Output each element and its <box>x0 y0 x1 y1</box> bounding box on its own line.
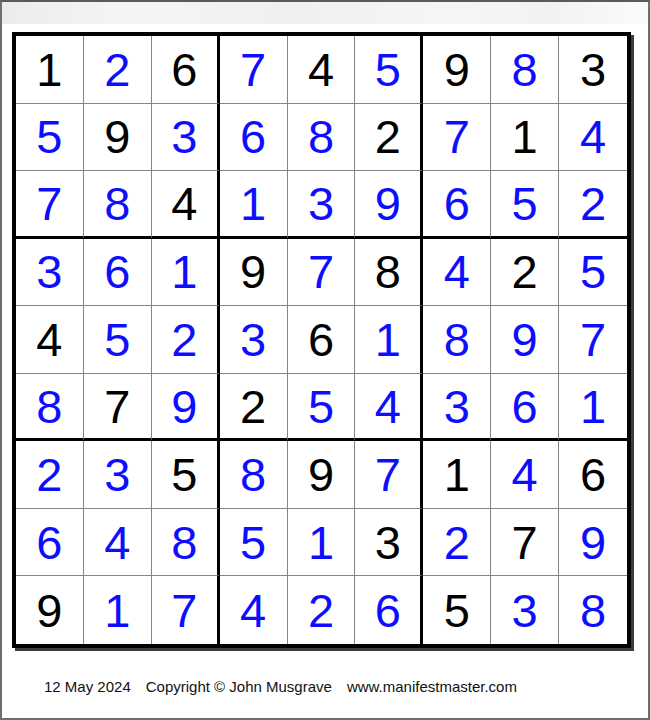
cell-r2c1-solved: 5 <box>16 104 84 172</box>
cell-r2c2-given: 9 <box>84 104 152 172</box>
cell-r1c9-given: 3 <box>559 36 627 104</box>
cell-r2c9-solved: 4 <box>559 104 627 172</box>
cell-r4c6-given: 8 <box>355 239 423 307</box>
puzzle-page: 1267459835936827147841396523619784254523… <box>0 0 650 720</box>
cell-r9c7-given: 5 <box>423 576 491 644</box>
cell-r3c2-solved: 8 <box>84 171 152 239</box>
cell-r4c4-given: 9 <box>220 239 288 307</box>
cell-r5c8-solved: 9 <box>491 306 559 374</box>
cell-r9c9-solved: 8 <box>559 576 627 644</box>
cell-r5c5-given: 6 <box>288 306 356 374</box>
cell-r9c5-solved: 2 <box>288 576 356 644</box>
cell-r4c3-solved: 1 <box>152 239 220 307</box>
cell-r9c2-solved: 1 <box>84 576 152 644</box>
cell-r7c2-solved: 3 <box>84 441 152 509</box>
footer: 12 May 2024 Copyright © John Musgrave ww… <box>44 678 517 695</box>
cell-r4c2-solved: 6 <box>84 239 152 307</box>
cell-r8c5-solved: 1 <box>288 509 356 577</box>
cell-r8c7-solved: 2 <box>423 509 491 577</box>
cell-r3c1-solved: 7 <box>16 171 84 239</box>
cell-r7c3-given: 5 <box>152 441 220 509</box>
cell-r8c1-solved: 6 <box>16 509 84 577</box>
footer-website: www.manifestmaster.com <box>347 678 517 695</box>
cell-r7c1-solved: 2 <box>16 441 84 509</box>
cell-r4c8-given: 2 <box>491 239 559 307</box>
cell-r8c2-solved: 4 <box>84 509 152 577</box>
cell-r1c8-solved: 8 <box>491 36 559 104</box>
cell-r8c4-solved: 5 <box>220 509 288 577</box>
cell-r6c3-solved: 9 <box>152 374 220 442</box>
cell-r3c8-solved: 5 <box>491 171 559 239</box>
cell-r7c6-solved: 7 <box>355 441 423 509</box>
cell-r2c3-solved: 3 <box>152 104 220 172</box>
cell-r9c6-solved: 6 <box>355 576 423 644</box>
cell-r5c6-solved: 1 <box>355 306 423 374</box>
cell-r4c5-solved: 7 <box>288 239 356 307</box>
cell-r6c2-given: 7 <box>84 374 152 442</box>
cell-r4c7-solved: 4 <box>423 239 491 307</box>
cell-r7c8-solved: 4 <box>491 441 559 509</box>
cell-r6c8-solved: 6 <box>491 374 559 442</box>
cell-r1c5-given: 4 <box>288 36 356 104</box>
cell-r6c1-solved: 8 <box>16 374 84 442</box>
sudoku-board: 1267459835936827147841396523619784254523… <box>12 32 631 648</box>
cell-r6c4-given: 2 <box>220 374 288 442</box>
cell-r8c3-solved: 8 <box>152 509 220 577</box>
footer-date: 12 May 2024 <box>44 678 131 695</box>
cell-r6c9-solved: 1 <box>559 374 627 442</box>
cell-r9c8-solved: 3 <box>491 576 559 644</box>
cell-r5c2-solved: 5 <box>84 306 152 374</box>
cell-r3c9-solved: 2 <box>559 171 627 239</box>
cell-r3c3-given: 4 <box>152 171 220 239</box>
cell-r4c1-solved: 3 <box>16 239 84 307</box>
cell-r2c4-solved: 6 <box>220 104 288 172</box>
cell-r1c1-given: 1 <box>16 36 84 104</box>
cell-r1c2-solved: 2 <box>84 36 152 104</box>
cell-r2c6-given: 2 <box>355 104 423 172</box>
cell-r7c5-given: 9 <box>288 441 356 509</box>
cell-r9c4-solved: 4 <box>220 576 288 644</box>
cell-r3c5-solved: 3 <box>288 171 356 239</box>
cell-r7c4-solved: 8 <box>220 441 288 509</box>
cell-r1c4-solved: 7 <box>220 36 288 104</box>
cell-r6c5-solved: 5 <box>288 374 356 442</box>
cell-r1c3-given: 6 <box>152 36 220 104</box>
cell-r9c3-solved: 7 <box>152 576 220 644</box>
cell-r5c3-solved: 2 <box>152 306 220 374</box>
cell-r6c7-solved: 3 <box>423 374 491 442</box>
cell-r1c7-given: 9 <box>423 36 491 104</box>
cell-r2c5-solved: 8 <box>288 104 356 172</box>
cell-r2c7-solved: 7 <box>423 104 491 172</box>
cell-r8c8-given: 7 <box>491 509 559 577</box>
cell-r3c6-solved: 9 <box>355 171 423 239</box>
cell-r4c9-solved: 5 <box>559 239 627 307</box>
cell-r3c4-solved: 1 <box>220 171 288 239</box>
cell-r7c9-given: 6 <box>559 441 627 509</box>
cell-r5c1-given: 4 <box>16 306 84 374</box>
cell-r9c1-given: 9 <box>16 576 84 644</box>
cell-r8c6-given: 3 <box>355 509 423 577</box>
cell-r7c7-given: 1 <box>423 441 491 509</box>
footer-copyright: Copyright © John Musgrave <box>146 678 332 695</box>
cell-r5c7-solved: 8 <box>423 306 491 374</box>
cell-r6c6-solved: 4 <box>355 374 423 442</box>
cell-r8c9-solved: 9 <box>559 509 627 577</box>
header-bar <box>2 2 648 24</box>
cell-r2c8-given: 1 <box>491 104 559 172</box>
cell-r5c4-solved: 3 <box>220 306 288 374</box>
cell-r1c6-solved: 5 <box>355 36 423 104</box>
cell-r3c7-solved: 6 <box>423 171 491 239</box>
cell-r5c9-solved: 7 <box>559 306 627 374</box>
